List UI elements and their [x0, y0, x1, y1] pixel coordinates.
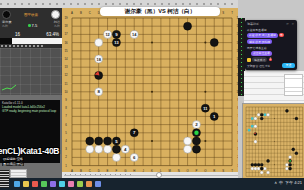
komi-value: 7.5	[32, 23, 38, 28]
stone-b-F4: 5	[112, 137, 120, 145]
stone-b-D4	[95, 137, 103, 145]
stone-w-D10	[254, 140, 257, 143]
taskbar-app-icon[interactable]	[50, 181, 56, 187]
taskbar-app-icon[interactable]	[59, 181, 65, 187]
stone-w-F2	[112, 153, 120, 161]
overlay-hint-2: 显示选点:开启	[2, 162, 24, 166]
stone-w-C3	[86, 145, 94, 153]
stone-w-D10: 8	[95, 88, 103, 96]
stone-b-P4	[289, 163, 292, 166]
popup-row[interactable]: 点击关注主播	[247, 51, 295, 56]
stone-b-F3	[112, 145, 120, 153]
taskbar-app-icon[interactable]	[32, 181, 38, 187]
winrate-bar	[0, 38, 62, 44]
scrubber-groove	[64, 175, 238, 176]
stone-b-H5	[267, 159, 270, 162]
taskbar-app-icon[interactable]	[86, 181, 92, 187]
taskbar-app-icon[interactable]	[41, 181, 47, 187]
popup-row[interactable]: 连接成功1	[247, 57, 295, 62]
stone-b-P5	[289, 159, 292, 162]
stone-w-P6: 2	[192, 121, 200, 129]
main-board-svg[interactable]: AA1919BB1818CC1717DD1616EE1515FF1414GG13…	[62, 8, 240, 172]
stone-w-O4	[285, 163, 288, 166]
taskbar-app-icon[interactable]	[95, 181, 101, 187]
popup-row[interactable]: 感谢 棋友 的礼物	[247, 39, 295, 44]
komi-dot-icon	[28, 24, 31, 27]
popup-message: 欢迎来到直播间	[247, 28, 267, 32]
stone-w-G3: 4	[121, 145, 129, 153]
svg-text:B: B	[80, 11, 82, 15]
popup-pill[interactable]: 点击关注主播	[251, 51, 272, 56]
tray-clock[interactable]: 下午 4:21	[285, 180, 302, 185]
stone-b-F16	[260, 117, 263, 120]
stone-b-O18	[285, 109, 288, 112]
stone-b-C4	[86, 137, 94, 145]
stone-b-E4	[257, 163, 260, 166]
taskbar-app-icon[interactable]	[77, 181, 83, 187]
stone-b-D12	[254, 132, 257, 135]
popup-pill[interactable]: 连接成功	[252, 57, 267, 62]
gift-icon	[247, 58, 251, 62]
stone-b-F4	[260, 163, 263, 166]
corner-pattern	[0, 170, 9, 188]
stone-b-R7	[295, 152, 298, 155]
stone-w-O3	[184, 145, 192, 153]
popup-row: 欢迎来到直播间	[247, 28, 295, 32]
popup-pill[interactable]: 欢迎 棋友 进入直播间	[247, 33, 278, 38]
chat-popup[interactable]: 弹幕助手 ⟳ ✕ 欢迎来到直播间欢迎 棋友 进入直播间新感谢 棋友 的礼物已开启…	[245, 20, 297, 70]
stone-b-R16	[210, 39, 218, 47]
stone-w-D3	[95, 145, 103, 153]
taskbar: ⊞ ∧中 下午 4:21	[0, 178, 304, 190]
svg-text:14: 14	[64, 57, 68, 61]
svg-text:4: 4	[65, 139, 67, 143]
stone-b-Q8: 11	[201, 104, 209, 112]
svg-text:7: 7	[65, 114, 67, 118]
taskbar-app-icon[interactable]	[14, 181, 20, 187]
screen: 围甲联赛 谢尔豪 九段 7.5 柯洁 九段 16 63.4%	[0, 0, 304, 190]
black-player-rank: 九段	[2, 24, 12, 28]
svg-text:8: 8	[65, 106, 67, 110]
overlay-hint-1: 收起键盘:空格	[2, 157, 24, 161]
stone-w-E3	[104, 145, 112, 153]
stone-b-E4	[104, 137, 112, 145]
stone-b-F3	[260, 167, 263, 170]
main-go-board[interactable]: 谢尔豪（黑）VS 柯洁（白） AA1919BB1818CC1717DD1616E…	[62, 8, 240, 172]
popup-window-icons[interactable]: ⟳ ✕	[286, 22, 295, 26]
stone-b-P4	[192, 137, 200, 145]
stone-w-D16	[254, 117, 257, 120]
svg-text:13: 13	[64, 65, 68, 69]
stone-w-D3	[254, 167, 257, 170]
stone-b-F16: 13	[112, 39, 120, 47]
stone-w-F2	[260, 171, 263, 174]
stone-b-Q8	[292, 148, 295, 151]
winrate-caption	[1, 45, 45, 47]
winrate-graph-line	[2, 83, 18, 91]
svg-text:10: 10	[64, 90, 68, 94]
tray-icon[interactable]: 中	[279, 180, 283, 185]
tray-icon[interactable]: ∧	[274, 180, 277, 185]
white-player-avatar	[51, 10, 60, 19]
stone-w-O4	[184, 137, 192, 145]
popup-row[interactable]: 欢迎 棋友 进入直播间新	[247, 33, 295, 38]
stone-w-D14: 18	[95, 55, 103, 63]
taskbar-app-icon[interactable]	[23, 181, 29, 187]
popup-badge: 1	[269, 58, 272, 61]
svg-text:12: 12	[64, 73, 68, 77]
svg-text:3: 3	[65, 147, 67, 151]
stone-w-D14	[254, 125, 257, 128]
stone-b-D4	[254, 163, 257, 166]
black-player-avatar	[2, 10, 11, 19]
popup-pill[interactable]: 感谢 棋友 的礼物	[247, 39, 272, 44]
stone-w-G3	[263, 167, 266, 170]
popup-message: 文明发言 理性讨论	[247, 64, 270, 68]
popup-title: 弹幕助手	[247, 22, 259, 26]
stone-w-H17	[267, 113, 270, 116]
popup-row: 已开启弹幕互动	[247, 46, 295, 50]
stone-b-R16	[295, 117, 298, 120]
stone-b-F17: 9	[112, 30, 120, 38]
svg-text:9: 9	[65, 98, 67, 102]
svg-text:2: 2	[65, 155, 67, 159]
stone-b-P5	[192, 129, 200, 137]
thumbnail-window[interactable]	[10, 169, 27, 178]
winrate-bar-black	[0, 38, 12, 44]
console-line: GTP ready, beginning main protocol loop	[2, 109, 58, 113]
stone-w-H2	[267, 171, 270, 174]
stone-w-E17: 12	[104, 30, 112, 38]
svg-text:5: 5	[65, 131, 67, 135]
svg-text:S: S	[222, 11, 224, 15]
stone-w-E17	[257, 113, 260, 116]
popup-message: 已开启弹幕互动	[247, 46, 267, 50]
svg-text:C: C	[89, 11, 91, 15]
popup-badge: 新	[279, 33, 284, 37]
svg-text:A: A	[71, 11, 73, 15]
stone-w-D16	[95, 39, 103, 47]
svg-text:11: 11	[65, 82, 68, 86]
svg-text:19: 19	[64, 16, 68, 20]
stone-b-D12	[95, 71, 103, 79]
engine-name-label: (OpenCL)Kata1-40B	[0, 146, 59, 156]
mini-go-board[interactable]	[242, 103, 304, 178]
event-label: 围甲联赛	[24, 13, 38, 17]
svg-text:15: 15	[64, 49, 68, 53]
match-title: 谢尔豪（黑）VS 柯洁（白）	[100, 7, 220, 16]
stone-b-H5: 7	[130, 129, 138, 137]
stone-w-H2: 6	[130, 153, 138, 161]
svg-text:1: 1	[65, 164, 67, 168]
stone-w-C3	[251, 167, 254, 170]
stone-w-P6	[289, 156, 292, 159]
stone-w-O3	[285, 167, 288, 170]
win-rate-value: 63.4%	[46, 32, 59, 37]
stone-b-P3	[192, 145, 200, 153]
stone-b-C4	[251, 163, 254, 166]
stone-b-P3	[289, 167, 292, 170]
taskbar-app-icon[interactable]	[68, 181, 74, 187]
stone-w-E3	[257, 167, 260, 170]
stone-w-H17: 14	[130, 30, 138, 38]
svg-text:18: 18	[64, 24, 68, 28]
side-note-panel	[284, 74, 303, 96]
white-player-rank: 九段	[54, 24, 60, 28]
move-number: 16	[15, 32, 20, 37]
stone-b-O18	[184, 22, 192, 30]
svg-text:17: 17	[64, 32, 68, 36]
svg-text:16: 16	[64, 41, 68, 45]
mini-board-svg	[243, 104, 304, 179]
svg-text:T: T	[231, 11, 233, 15]
popup-confirm-button[interactable]: 发送	[282, 63, 295, 69]
stone-b-R7: 1	[210, 112, 218, 120]
stone-b-F17	[260, 113, 263, 116]
svg-text:6: 6	[65, 123, 67, 127]
winrate-graph[interactable]	[0, 48, 62, 95]
